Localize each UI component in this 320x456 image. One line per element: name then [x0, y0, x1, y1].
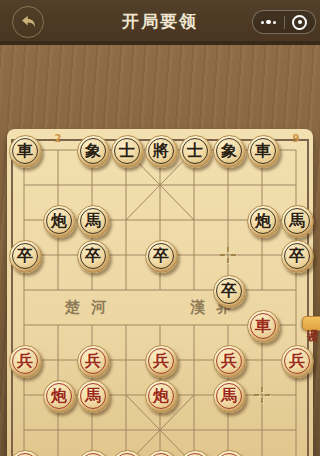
piece-glyph: 兵: [289, 353, 305, 369]
piece-glyph: 馬: [221, 388, 237, 404]
piece-black-soldier[interactable]: 卒: [9, 240, 42, 273]
piece-glyph: 炮: [51, 213, 67, 229]
more-options-button[interactable]: [253, 11, 284, 33]
piece-black-advisor[interactable]: 士: [111, 135, 144, 168]
piece-red-soldier[interactable]: 兵: [77, 345, 110, 378]
piece-red-cannon[interactable]: 炮: [43, 380, 76, 413]
debug-tab-button[interactable]: 调试: [302, 316, 320, 331]
piece-black-soldier[interactable]: 卒: [77, 240, 110, 273]
piece-glyph: 卒: [85, 248, 101, 264]
file-label: 9: [286, 133, 306, 144]
piece-red-soldier[interactable]: 兵: [213, 345, 246, 378]
back-button[interactable]: [12, 6, 44, 38]
exit-icon: [292, 15, 307, 30]
piece-glyph: 兵: [85, 353, 101, 369]
piece-black-horse[interactable]: 馬: [281, 205, 314, 238]
piece-glyph: 車: [17, 143, 33, 159]
piece-glyph: 炮: [153, 388, 169, 404]
page-title: 开局要领: [60, 0, 260, 41]
piece-glyph: 馬: [289, 213, 305, 229]
piece-red-horse[interactable]: 馬: [77, 380, 110, 413]
xiangqi-board[interactable]: 楚河 漢界 29八二一 車象士將士象車炮馬炮馬卒卒卒卒卒車兵兵兵兵兵炮馬炮馬車相…: [7, 129, 313, 456]
piece-glyph: 車: [255, 318, 271, 334]
piece-black-soldier[interactable]: 卒: [145, 240, 178, 273]
piece-black-chariot[interactable]: 車: [247, 135, 280, 168]
piece-glyph: 炮: [51, 388, 67, 404]
back-arrow-icon: [19, 13, 38, 32]
piece-black-cannon[interactable]: 炮: [43, 205, 76, 238]
piece-red-soldier[interactable]: 兵: [281, 345, 314, 378]
piece-red-chariot[interactable]: 車: [247, 310, 280, 343]
piece-glyph: 卒: [221, 283, 237, 299]
piece-black-soldier[interactable]: 卒: [281, 240, 314, 273]
piece-glyph: 卒: [17, 248, 33, 264]
header-shadow-strip: [0, 41, 320, 45]
piece-glyph: 兵: [221, 353, 237, 369]
piece-glyph: 卒: [153, 248, 169, 264]
file-label: 2: [48, 133, 68, 144]
piece-red-cannon[interactable]: 炮: [145, 380, 178, 413]
piece-black-cannon[interactable]: 炮: [247, 205, 280, 238]
piece-glyph: 象: [221, 143, 237, 159]
piece-black-elephant[interactable]: 象: [77, 135, 110, 168]
piece-glyph: 將: [153, 143, 169, 159]
dots-icon: [266, 20, 271, 25]
piece-glyph: 士: [187, 143, 203, 159]
piece-glyph: 卒: [289, 248, 305, 264]
piece-red-soldier[interactable]: 兵: [9, 345, 42, 378]
piece-black-advisor[interactable]: 士: [179, 135, 212, 168]
title-bar: 开局要领: [0, 0, 320, 41]
piece-black-horse[interactable]: 馬: [77, 205, 110, 238]
piece-black-elephant[interactable]: 象: [213, 135, 246, 168]
piece-black-soldier[interactable]: 卒: [213, 275, 246, 308]
wechat-capsule: [252, 10, 316, 34]
exit-button[interactable]: [285, 11, 316, 33]
piece-glyph: 馬: [85, 388, 101, 404]
app-screen: 开局要领 楚河 漢界 29八二一 車象士將士象車炮馬: [0, 0, 320, 456]
content-area: 楚河 漢界 29八二一 車象士將士象車炮馬炮馬卒卒卒卒卒車兵兵兵兵兵炮馬炮馬車相…: [0, 45, 320, 456]
piece-glyph: 兵: [153, 353, 169, 369]
piece-glyph: 炮: [255, 213, 271, 229]
piece-glyph: 車: [255, 143, 271, 159]
piece-black-general[interactable]: 將: [145, 135, 178, 168]
piece-glyph: 馬: [85, 213, 101, 229]
piece-glyph: 兵: [17, 353, 33, 369]
dots-icon: [261, 21, 264, 24]
piece-black-chariot[interactable]: 車: [9, 135, 42, 168]
piece-red-horse[interactable]: 馬: [213, 380, 246, 413]
river-label-left: 楚河: [65, 297, 117, 317]
piece-glyph: 士: [119, 143, 135, 159]
dots-icon: [273, 21, 276, 24]
piece-glyph: 象: [85, 143, 101, 159]
piece-red-soldier[interactable]: 兵: [145, 345, 178, 378]
